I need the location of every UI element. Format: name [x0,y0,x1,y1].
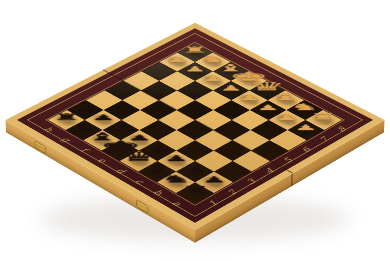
fold-seam-side [291,173,293,187]
chess-board: hgfedcba87654321 ♜♞♝♚♛♝♞♜♟♟♟♟♟♟♟♟♟♟♟♟♟♟♟… [5,23,384,230]
brass-latch-icon [34,140,46,154]
chess-set-photo: hgfedcba87654321 ♜♞♝♚♛♝♞♜♟♟♟♟♟♟♟♟♟♟♟♟♟♟♟… [0,0,390,261]
